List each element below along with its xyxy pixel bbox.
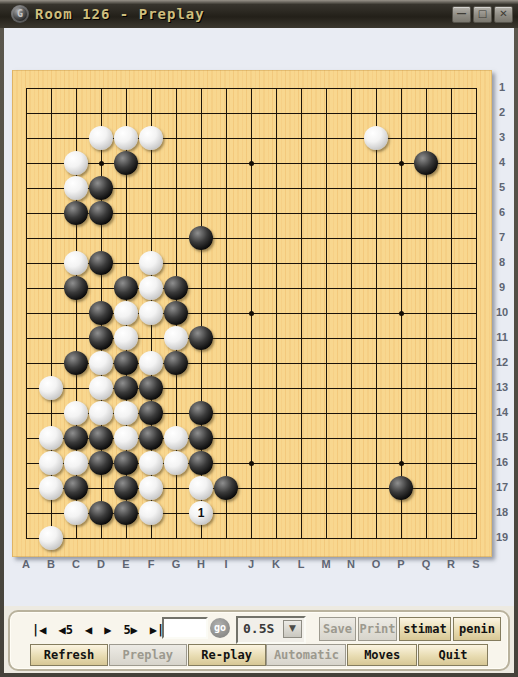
- app-window: G Room 126 - Preplay — □ ✕ 1 ABCDEFGHIJK…: [0, 0, 518, 677]
- opening-button[interactable]: penin: [453, 617, 501, 641]
- refresh-button[interactable]: Refresh: [30, 644, 108, 666]
- minimize-button[interactable]: —: [452, 6, 471, 23]
- row-labels: 12345678910111213141516171819: [4, 28, 514, 588]
- coordinate-label: 3: [493, 131, 511, 143]
- app-icon: G: [11, 5, 29, 23]
- button-row: Refresh Preplay Re-play Automatic Moves …: [30, 644, 488, 666]
- delay-selected-value: 0.5S: [243, 620, 274, 638]
- forward-5-button[interactable]: 5▶: [123, 623, 137, 637]
- replay-button[interactable]: Re-play: [188, 644, 266, 666]
- preplay-button[interactable]: Preplay: [109, 644, 187, 666]
- maximize-button[interactable]: □: [473, 6, 492, 23]
- coordinate-label: 12: [493, 356, 511, 368]
- save-button[interactable]: Save: [319, 617, 356, 641]
- back-1-button[interactable]: ◀: [85, 623, 92, 637]
- delay-select[interactable]: 0.5S ▼: [236, 616, 306, 644]
- back-5-button[interactable]: ◀5: [58, 623, 72, 637]
- coordinate-label: 4: [493, 156, 511, 168]
- close-button[interactable]: ✕: [494, 6, 513, 23]
- forward-1-button[interactable]: ▶: [104, 623, 111, 637]
- title-bar: G Room 126 - Preplay — □ ✕: [0, 0, 518, 28]
- coordinate-label: 11: [493, 331, 511, 343]
- quit-button[interactable]: Quit: [418, 644, 488, 666]
- coordinate-label: 13: [493, 381, 511, 393]
- coordinate-label: 10: [493, 306, 511, 318]
- move-number-input[interactable]: [162, 617, 208, 639]
- coordinate-label: 1: [493, 81, 511, 93]
- automatic-button[interactable]: Automatic: [266, 644, 346, 666]
- coordinate-label: 15: [493, 431, 511, 443]
- coordinate-label: 16: [493, 456, 511, 468]
- control-panel: |◀ ◀5 ◀ ▶ 5▶ ▶| go 0.5S ▼ Save Print sti…: [8, 610, 510, 671]
- coordinate-label: 6: [493, 206, 511, 218]
- chevron-down-icon[interactable]: ▼: [283, 620, 302, 638]
- coordinate-label: 2: [493, 106, 511, 118]
- estimate-button[interactable]: stimat: [399, 617, 451, 641]
- content-area: 1 ABCDEFGHIJKLMNOPQRS 123456789101112131…: [4, 28, 514, 673]
- coordinate-label: 17: [493, 481, 511, 493]
- coordinate-label: 14: [493, 406, 511, 418]
- go-button[interactable]: go: [210, 618, 230, 638]
- coordinate-label: 7: [493, 231, 511, 243]
- coordinate-label: 9: [493, 281, 511, 293]
- coordinate-label: 19: [493, 531, 511, 543]
- window-title: Room 126 - Preplay: [35, 0, 205, 28]
- coordinate-label: 18: [493, 506, 511, 518]
- moves-button[interactable]: Moves: [347, 644, 417, 666]
- print-button[interactable]: Print: [358, 617, 397, 641]
- coordinate-label: 8: [493, 256, 511, 268]
- coordinate-label: 5: [493, 181, 511, 193]
- jump-start-button[interactable]: |◀: [32, 623, 46, 637]
- transport-controls: |◀ ◀5 ◀ ▶ 5▶ ▶|: [32, 623, 164, 637]
